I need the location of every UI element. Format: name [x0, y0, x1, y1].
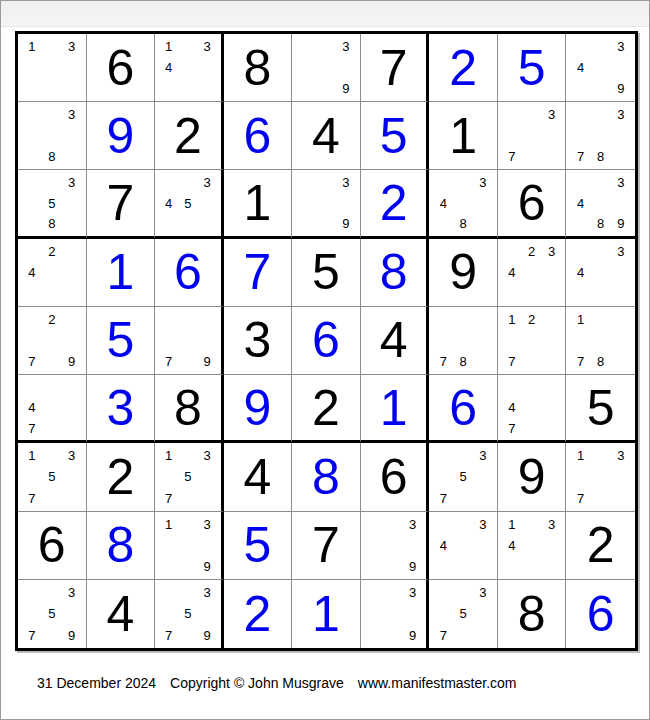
cell-r6c4[interactable]: 9 [224, 375, 293, 443]
pencil-mark-4: 4 [570, 57, 590, 78]
pencil-mark-3: 3 [473, 514, 493, 535]
cell-r8c7[interactable]: 34 [429, 512, 498, 580]
pencil-marks: 357 [429, 443, 497, 510]
pencil-marks: 137 [566, 443, 635, 510]
pencil-mark-3: 3 [197, 36, 216, 57]
pencil-marks: 79 [155, 307, 221, 374]
cell-r8c6[interactable]: 39 [361, 512, 430, 580]
pencil-mark-1: 1 [22, 36, 42, 57]
cell-value: 5 [106, 315, 134, 365]
pencil-mark-8: 8 [453, 213, 473, 233]
pencil-mark-9: 9 [197, 625, 216, 646]
cell-value: 4 [244, 452, 272, 502]
cell-value: 8 [244, 43, 272, 93]
pencil-mark-2: 2 [42, 309, 62, 330]
pencil-marks: 279 [18, 307, 86, 374]
cell-r6c1[interactable]: 47 [18, 375, 87, 443]
cell-r6c7[interactable]: 6 [429, 375, 498, 443]
cell-r6c3[interactable]: 8 [155, 375, 224, 443]
pencil-mark-3: 3 [62, 104, 82, 125]
cell-r4c5[interactable]: 5 [292, 239, 361, 307]
pencil-mark-1: 1 [570, 445, 590, 466]
pencil-mark-3: 3 [62, 172, 82, 192]
pencil-marks: 1357 [18, 443, 86, 510]
cell-value: 2 [380, 178, 408, 228]
cell-r7c7[interactable]: 357 [429, 443, 498, 511]
pencil-marks: 39 [361, 512, 427, 579]
cell-value: 6 [380, 452, 408, 502]
cell-r3c3[interactable]: 345 [155, 170, 224, 238]
pencil-marks: 39 [292, 34, 360, 101]
cell-value: 9 [244, 383, 272, 433]
pencil-marks: 345 [155, 170, 221, 235]
pencil-mark-7: 7 [159, 625, 178, 646]
pencil-marks: 37 [498, 102, 566, 169]
pencil-mark-3: 3 [611, 445, 631, 466]
cell-r9c1[interactable]: 3579 [18, 580, 87, 648]
pencil-mark-7: 7 [433, 625, 453, 646]
pencil-mark-3: 3 [197, 445, 216, 466]
cell-value: 3 [106, 383, 134, 433]
pencil-mark-4: 4 [433, 193, 453, 213]
cell-value: 7 [312, 520, 340, 570]
pencil-marks: 3579 [18, 580, 86, 648]
pencil-mark-1: 1 [570, 309, 590, 330]
cell-r5c7[interactable]: 78 [429, 307, 498, 375]
cell-value: 5 [380, 111, 408, 161]
pencil-mark-7: 7 [22, 625, 42, 646]
pencil-marks: 348 [429, 170, 497, 235]
pencil-mark-3: 3 [62, 445, 82, 466]
pencil-mark-7: 7 [502, 418, 522, 438]
cell-r1c4[interactable]: 8 [224, 34, 293, 102]
pencil-mark-4: 4 [22, 262, 42, 283]
pencil-mark-3: 3 [473, 445, 493, 466]
pencil-mark-5: 5 [453, 603, 473, 624]
cell-r5c9[interactable]: 178 [566, 307, 635, 375]
pencil-mark-4: 4 [570, 193, 590, 213]
cell-r3c8[interactable]: 6 [498, 170, 567, 238]
cell-r2c3[interactable]: 2 [155, 102, 224, 170]
pencil-mark-3: 3 [473, 582, 493, 603]
cell-r4c4[interactable]: 7 [224, 239, 293, 307]
pencil-mark-8: 8 [591, 213, 611, 233]
pencil-mark-8: 8 [42, 146, 62, 167]
pencil-mark-5: 5 [178, 466, 197, 487]
pencil-marks: 24 [18, 239, 86, 306]
app-window: 1361348397253493892645137378358734513923… [0, 0, 650, 720]
cell-r1c1[interactable]: 13 [18, 34, 87, 102]
pencil-mark-4: 4 [159, 57, 178, 78]
footer-website: www.manifestmaster.com [358, 675, 517, 691]
pencil-mark-9: 9 [611, 78, 631, 99]
pencil-mark-3: 3 [62, 36, 82, 57]
cell-value: 5 [587, 383, 615, 433]
pencil-mark-7: 7 [22, 418, 42, 438]
cell-value: 7 [106, 178, 134, 228]
cell-r6c5[interactable]: 2 [292, 375, 361, 443]
cell-r9c9[interactable]: 6 [566, 580, 635, 648]
pencil-marks: 358 [18, 170, 86, 235]
pencil-mark-1: 1 [159, 36, 178, 57]
pencil-mark-3: 3 [611, 36, 631, 57]
cell-r7c9[interactable]: 137 [566, 443, 635, 511]
cell-value: 5 [312, 247, 340, 297]
cell-value: 5 [518, 43, 546, 93]
cell-value: 8 [380, 247, 408, 297]
pencil-mark-7: 7 [502, 146, 522, 167]
cell-value: 2 [449, 43, 477, 93]
pencil-mark-7: 7 [22, 351, 42, 372]
cell-r3c1[interactable]: 358 [18, 170, 87, 238]
cell-r1c2[interactable]: 6 [87, 34, 156, 102]
pencil-marks: 34 [566, 239, 635, 306]
pencil-marks: 38 [18, 102, 86, 169]
cell-r6c2[interactable]: 3 [87, 375, 156, 443]
pencil-mark-8: 8 [591, 146, 611, 167]
cell-r5c2[interactable]: 5 [87, 307, 156, 375]
pencil-mark-5: 5 [453, 466, 473, 487]
cell-value: 2 [174, 111, 202, 161]
cell-r8c2[interactable]: 8 [87, 512, 156, 580]
pencil-marks: 3489 [566, 170, 635, 235]
pencil-marks: 139 [155, 512, 221, 579]
pencil-mark-3: 3 [542, 104, 562, 125]
cell-value: 6 [587, 589, 615, 639]
pencil-mark-8: 8 [591, 351, 611, 372]
cell-r7c5[interactable]: 8 [292, 443, 361, 511]
cell-value: 9 [518, 452, 546, 502]
pencil-mark-3: 3 [542, 514, 562, 535]
cell-r6c8[interactable]: 47 [498, 375, 567, 443]
cell-value: 4 [380, 315, 408, 365]
cell-r1c5[interactable]: 39 [292, 34, 361, 102]
pencil-mark-5: 5 [42, 466, 62, 487]
cell-r4c7[interactable]: 9 [429, 239, 498, 307]
cell-r2c4[interactable]: 6 [224, 102, 293, 170]
pencil-mark-3: 3 [403, 582, 422, 603]
pencil-mark-8: 8 [453, 351, 473, 372]
cell-r4c6[interactable]: 8 [361, 239, 430, 307]
cell-value: 1 [312, 589, 340, 639]
cell-value: 7 [380, 43, 408, 93]
pencil-mark-9: 9 [336, 213, 356, 233]
cell-r1c8[interactable]: 5 [498, 34, 567, 102]
cell-r2c5[interactable]: 4 [292, 102, 361, 170]
pencil-mark-7: 7 [433, 351, 453, 372]
cell-r4c2[interactable]: 1 [87, 239, 156, 307]
cell-r7c1[interactable]: 1357 [18, 443, 87, 511]
pencil-marks: 39 [292, 170, 360, 235]
cell-value: 6 [449, 383, 477, 433]
cell-r7c4[interactable]: 4 [224, 443, 293, 511]
pencil-mark-2: 2 [522, 241, 542, 262]
pencil-marks: 378 [566, 102, 635, 169]
cell-value: 6 [38, 520, 66, 570]
pencil-mark-3: 3 [336, 36, 356, 57]
cell-r3c9[interactable]: 3489 [566, 170, 635, 238]
cell-r3c7[interactable]: 348 [429, 170, 498, 238]
cell-value: 6 [518, 178, 546, 228]
pencil-marks: 34 [429, 512, 497, 579]
pencil-mark-4: 4 [502, 535, 522, 556]
cell-r5c3[interactable]: 79 [155, 307, 224, 375]
cell-r9c3[interactable]: 3579 [155, 580, 224, 648]
cell-value: 9 [449, 247, 477, 297]
cell-r8c8[interactable]: 134 [498, 512, 567, 580]
cell-r5c6[interactable]: 4 [361, 307, 430, 375]
cell-value: 9 [106, 111, 134, 161]
cell-r2c7[interactable]: 1 [429, 102, 498, 170]
cell-r6c9[interactable]: 5 [566, 375, 635, 443]
cell-r8c9[interactable]: 2 [566, 512, 635, 580]
pencil-mark-3: 3 [542, 241, 562, 262]
pencil-mark-5: 5 [178, 193, 197, 213]
pencil-mark-4: 4 [433, 535, 453, 556]
window-titlebar [1, 1, 649, 27]
pencil-marks: 47 [18, 375, 86, 440]
pencil-mark-2: 2 [522, 309, 542, 330]
footer-copyright: Copyright © John Musgrave [170, 675, 344, 691]
cell-r8c1[interactable]: 6 [18, 512, 87, 580]
cell-r7c6[interactable]: 6 [361, 443, 430, 511]
pencil-mark-9: 9 [611, 213, 631, 233]
cell-r5c4[interactable]: 3 [224, 307, 293, 375]
cell-r7c2[interactable]: 2 [87, 443, 156, 511]
cell-value: 2 [587, 520, 615, 570]
pencil-mark-3: 3 [611, 241, 631, 262]
cell-r1c7[interactable]: 2 [429, 34, 498, 102]
cell-r4c3[interactable]: 6 [155, 239, 224, 307]
cell-r2c8[interactable]: 37 [498, 102, 567, 170]
cell-r7c3[interactable]: 1357 [155, 443, 224, 511]
cell-r9c7[interactable]: 357 [429, 580, 498, 648]
cell-value: 1 [244, 178, 272, 228]
pencil-mark-7: 7 [159, 487, 178, 508]
pencil-mark-2: 2 [42, 241, 62, 262]
pencil-marks: 78 [429, 307, 497, 374]
cell-r3c5[interactable]: 39 [292, 170, 361, 238]
cell-r4c1[interactable]: 24 [18, 239, 87, 307]
pencil-mark-3: 3 [62, 582, 82, 603]
pencil-marks: 127 [498, 307, 566, 374]
pencil-mark-4: 4 [502, 262, 522, 283]
cell-value: 8 [174, 383, 202, 433]
pencil-mark-4: 4 [22, 398, 42, 418]
pencil-mark-3: 3 [611, 104, 631, 125]
cell-r9c5[interactable]: 1 [292, 580, 361, 648]
cell-value: 5 [244, 520, 272, 570]
pencil-marks: 357 [429, 580, 497, 648]
pencil-mark-4: 4 [570, 262, 590, 283]
pencil-mark-3: 3 [197, 172, 216, 192]
pencil-marks: 13 [18, 34, 86, 101]
cell-value: 8 [106, 520, 134, 570]
pencil-marks: 134 [155, 34, 221, 101]
cell-r9c4[interactable]: 2 [224, 580, 293, 648]
pencil-mark-5: 5 [42, 603, 62, 624]
pencil-mark-1: 1 [22, 445, 42, 466]
cell-value: 1 [106, 247, 134, 297]
pencil-mark-3: 3 [403, 514, 422, 535]
cell-r1c9[interactable]: 349 [566, 34, 635, 102]
pencil-mark-3: 3 [611, 172, 631, 192]
cell-r8c5[interactable]: 7 [292, 512, 361, 580]
cell-r2c6[interactable]: 5 [361, 102, 430, 170]
cell-value: 7 [244, 247, 272, 297]
cell-r2c9[interactable]: 378 [566, 102, 635, 170]
cell-value: 3 [244, 315, 272, 365]
pencil-mark-1: 1 [502, 309, 522, 330]
cell-r9c2[interactable]: 4 [87, 580, 156, 648]
pencil-mark-9: 9 [197, 556, 216, 577]
pencil-marks: 39 [361, 580, 427, 648]
cell-r5c5[interactable]: 6 [292, 307, 361, 375]
cell-r3c6[interactable]: 2 [361, 170, 430, 238]
cell-value: 2 [312, 383, 340, 433]
pencil-mark-3: 3 [197, 582, 216, 603]
cell-r1c6[interactable]: 7 [361, 34, 430, 102]
pencil-mark-1: 1 [159, 514, 178, 535]
pencil-mark-8: 8 [42, 213, 62, 233]
cell-r1c3[interactable]: 134 [155, 34, 224, 102]
cell-value: 6 [244, 111, 272, 161]
cell-r4c8[interactable]: 234 [498, 239, 567, 307]
footer-date: 31 December 2024 [37, 675, 156, 691]
pencil-mark-5: 5 [42, 193, 62, 213]
cell-r8c3[interactable]: 139 [155, 512, 224, 580]
pencil-mark-9: 9 [62, 625, 82, 646]
cell-value: 4 [312, 111, 340, 161]
pencil-mark-1: 1 [159, 445, 178, 466]
cell-r2c1[interactable]: 38 [18, 102, 87, 170]
cell-r8c4[interactable]: 5 [224, 512, 293, 580]
cell-value: 6 [312, 315, 340, 365]
cell-value: 4 [106, 589, 134, 639]
cell-r5c1[interactable]: 279 [18, 307, 87, 375]
pencil-mark-7: 7 [570, 146, 590, 167]
pencil-mark-1: 1 [502, 514, 522, 535]
sudoku-board: 1361348397253493892645137378358734513923… [15, 31, 638, 651]
pencil-mark-3: 3 [336, 172, 356, 192]
pencil-mark-9: 9 [197, 351, 216, 372]
pencil-mark-7: 7 [22, 487, 42, 508]
cell-value: 1 [449, 111, 477, 161]
cell-value: 2 [106, 452, 134, 502]
cell-value: 6 [174, 247, 202, 297]
pencil-mark-7: 7 [570, 487, 590, 508]
cell-value: 8 [312, 452, 340, 502]
cell-r6c6[interactable]: 1 [361, 375, 430, 443]
pencil-marks: 349 [566, 34, 635, 101]
pencil-mark-5: 5 [178, 603, 197, 624]
cell-value: 1 [380, 383, 408, 433]
pencil-mark-7: 7 [433, 487, 453, 508]
cell-r3c2[interactable]: 7 [87, 170, 156, 238]
pencil-marks: 178 [566, 307, 635, 374]
cell-value: 2 [244, 589, 272, 639]
cell-r7c8[interactable]: 9 [498, 443, 567, 511]
pencil-marks: 234 [498, 239, 566, 306]
cell-r3c4[interactable]: 1 [224, 170, 293, 238]
pencil-mark-3: 3 [197, 514, 216, 535]
pencil-mark-7: 7 [570, 351, 590, 372]
pencil-mark-3: 3 [473, 172, 493, 192]
pencil-mark-9: 9 [403, 556, 422, 577]
footer: 31 December 2024 Copyright © John Musgra… [37, 675, 517, 691]
cell-r5c8[interactable]: 127 [498, 307, 567, 375]
cell-r4c9[interactable]: 34 [566, 239, 635, 307]
pencil-marks: 1357 [155, 443, 221, 510]
pencil-mark-4: 4 [159, 193, 178, 213]
pencil-mark-9: 9 [62, 351, 82, 372]
cell-value: 6 [106, 43, 134, 93]
pencil-marks: 3579 [155, 580, 221, 648]
cell-r2c2[interactable]: 9 [87, 102, 156, 170]
pencil-mark-7: 7 [159, 351, 178, 372]
cell-r9c6[interactable]: 39 [361, 580, 430, 648]
pencil-mark-9: 9 [336, 78, 356, 99]
pencil-mark-4: 4 [502, 398, 522, 418]
cell-value: 8 [518, 589, 546, 639]
cell-r9c8[interactable]: 8 [498, 580, 567, 648]
pencil-marks: 134 [498, 512, 566, 579]
pencil-mark-7: 7 [502, 351, 522, 372]
pencil-marks: 47 [498, 375, 566, 440]
pencil-mark-9: 9 [403, 625, 422, 646]
